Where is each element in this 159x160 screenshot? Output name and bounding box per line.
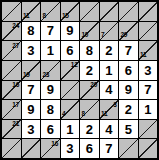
clue-cell: 19 [22,61,41,80]
blank-cell [2,139,21,158]
answer-digit: 9 [27,103,34,116]
answer-cell[interactable]: 8 [80,41,99,60]
across-clue: 17 [12,102,19,109]
clue-cell: 8 [80,100,99,119]
answer-digit: 9 [47,83,54,96]
answer-digit: 6 [125,64,132,77]
answer-cell[interactable]: 2 [80,120,99,139]
down-clue: 23 [43,72,50,79]
answer-digit: 7 [125,44,132,57]
answer-cell[interactable]: 3 [22,120,41,139]
clue-cell: 15 [61,2,80,21]
answer-digit: 7 [144,83,151,96]
answer-cell[interactable]: 7 [100,139,119,158]
down-clue: 15 [62,13,69,20]
answer-digit: 2 [125,103,132,116]
blank-cell [22,139,41,158]
answer-digit: 8 [86,44,93,57]
answer-cell[interactable]: 3 [61,139,80,158]
answer-digit: 2 [105,44,112,57]
clue-cell: 12 [61,61,80,80]
kakuro-board: 1181524879107292731682711192312216316792… [0,0,159,160]
answer-cell[interactable]: 5 [119,120,138,139]
answer-cell[interactable]: 6 [80,139,99,158]
answer-digit: 4 [105,83,112,96]
answer-cell[interactable]: 9 [22,100,41,119]
across-clue: 27 [12,43,19,50]
answer-cell[interactable]: 3 [139,61,158,80]
blank-cell [139,120,158,139]
clue-cell: 24 [2,22,21,41]
answer-cell[interactable]: 2 [119,100,138,119]
across-clue: 16 [51,141,58,148]
answer-digit: 6 [86,142,93,155]
down-clue: 29 [121,32,128,39]
answer-cell[interactable]: 3 [22,41,41,60]
across-clue: 20 [90,82,97,89]
answer-digit: 2 [86,123,93,136]
blank-cell [2,61,21,80]
clue-cell: 10 [80,22,99,41]
across-clue: 24 [12,23,19,30]
answer-digit: 1 [144,103,151,116]
answer-cell[interactable]: 6 [119,61,138,80]
clue-cell: 23 [41,61,60,80]
answer-cell[interactable]: 8 [41,100,60,119]
down-clue: 8 [82,111,85,118]
clue-cell: 16 [2,81,21,100]
clue-cell: 16 [41,139,60,158]
answer-digit: 1 [47,44,54,57]
clue-cell: 21 [2,120,21,139]
blank-cell [100,2,119,21]
answer-cell[interactable]: 2 [80,61,99,80]
answer-cell[interactable]: 9 [119,81,138,100]
clue-cell: 20 [80,81,99,100]
clue-cell: 4 [61,100,80,119]
down-clue: 7 [101,32,104,39]
answer-digit: 3 [144,64,151,77]
blank-cell [119,2,138,21]
clue-cell: 311 [100,100,119,119]
clue-cell: 8 [41,2,60,21]
clue-cell: 29 [119,22,138,41]
clue-cell: 11 [22,2,41,21]
answer-cell[interactable]: 9 [41,81,60,100]
answer-digit: 5 [125,123,132,136]
across-clue: 12 [71,62,78,69]
clue-cell: 27 [2,41,21,60]
answer-cell[interactable]: 7 [139,81,158,100]
answer-cell[interactable]: 6 [61,41,80,60]
answer-digit: 1 [105,64,112,77]
answer-digit: 3 [27,123,34,136]
answer-digit: 2 [86,64,93,77]
answer-digit: 7 [27,83,34,96]
answer-digit: 6 [66,44,73,57]
answer-cell[interactable]: 1 [100,61,119,80]
answer-digit: 6 [47,123,54,136]
blank-cell [80,2,99,21]
answer-digit: 7 [47,24,54,37]
answer-cell[interactable]: 1 [61,120,80,139]
down-clue: 4 [62,111,65,118]
down-clue: 10 [82,32,89,39]
down-clue: 11 [101,111,107,118]
down-clue: 11 [23,13,29,20]
down-clue: 8 [43,13,46,20]
answer-digit: 4 [105,123,112,136]
down-clue: 11 [140,52,146,59]
answer-cell[interactable]: 1 [41,41,60,60]
answer-cell[interactable]: 6 [41,120,60,139]
across-clue: 21 [12,121,19,128]
answer-digit: 7 [105,142,112,155]
answer-digit: 1 [66,123,73,136]
answer-digit: 8 [27,24,34,37]
blank-cell [61,81,80,100]
answer-cell[interactable]: 9 [61,22,80,41]
blank-cell [119,139,138,158]
answer-cell[interactable]: 7 [22,81,41,100]
answer-digit: 9 [66,24,73,37]
answer-cell[interactable]: 7 [41,22,60,41]
answer-cell[interactable]: 2 [100,41,119,60]
answer-cell[interactable]: 4 [100,81,119,100]
across-clue: 16 [12,82,19,89]
clue-cell: 7 [100,22,119,41]
blank-cell [139,2,158,21]
answer-digit: 3 [66,142,73,155]
clue-cell: 17 [2,100,21,119]
answer-digit: 9 [125,83,132,96]
answer-digit: 8 [47,103,54,116]
down-clue: 19 [23,72,30,79]
blank-cell [139,139,158,158]
answer-digit: 3 [27,44,34,57]
blank-cell [139,22,158,41]
answer-cell[interactable]: 8 [22,22,41,41]
across-clue: 3 [113,102,116,109]
blank-cell [2,2,21,21]
answer-cell[interactable]: 4 [100,120,119,139]
clue-cell: 11 [139,41,158,60]
answer-cell[interactable]: 7 [119,41,138,60]
answer-cell[interactable]: 1 [139,100,158,119]
